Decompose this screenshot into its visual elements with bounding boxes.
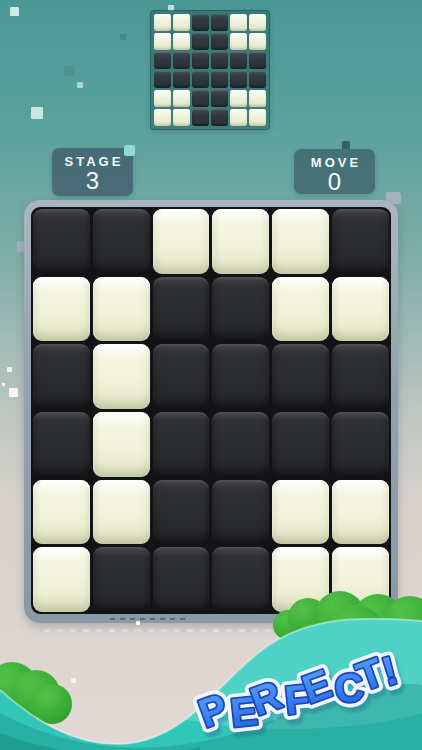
- board-tile-dark[interactable]: [332, 344, 389, 409]
- pattern-cell-dark: [192, 109, 209, 126]
- pattern-cell-light: [173, 14, 190, 31]
- board-tile-dark[interactable]: [212, 277, 269, 342]
- pattern-cell-dark: [173, 52, 190, 69]
- pattern-cell-light: [230, 14, 247, 31]
- particle: [136, 621, 140, 625]
- particle: [7, 367, 12, 372]
- board-tile-dark[interactable]: [332, 209, 389, 274]
- particle: [120, 34, 126, 40]
- board-tile-light[interactable]: [212, 209, 269, 274]
- pattern-cell-dark: [249, 52, 266, 69]
- board-tile-dark[interactable]: [332, 412, 389, 477]
- board-tile-dark[interactable]: [212, 480, 269, 545]
- pattern-cell-light: [154, 14, 171, 31]
- particle: [31, 107, 43, 119]
- board-tile-light[interactable]: [153, 209, 210, 274]
- pattern-cell-light: [249, 90, 266, 107]
- particle: [9, 388, 18, 397]
- board-tile-dark[interactable]: [33, 412, 90, 477]
- pattern-cell-light: [249, 33, 266, 50]
- pattern-cell-dark: [230, 52, 247, 69]
- board-tile-dark[interactable]: [272, 412, 329, 477]
- pattern-cell-dark: [192, 52, 209, 69]
- pattern-cell-dark: [211, 14, 228, 31]
- board-tile-light[interactable]: [332, 480, 389, 545]
- pattern-cell-light: [154, 33, 171, 50]
- stage-value: 3: [52, 169, 133, 193]
- board-tile-light[interactable]: [93, 277, 150, 342]
- board-tile-dark[interactable]: [153, 277, 210, 342]
- particle: [2, 383, 5, 386]
- main-board-frame: [24, 200, 398, 623]
- pattern-cell-dark: [211, 71, 228, 88]
- pattern-cell-dark: [154, 52, 171, 69]
- perfect-banner: PERFECT! PERFECT!: [183, 634, 415, 746]
- pattern-cell-dark: [249, 71, 266, 88]
- particle: [71, 678, 76, 683]
- pattern-cell-dark: [211, 33, 228, 50]
- board-tile-dark[interactable]: [93, 209, 150, 274]
- board-tile-dark[interactable]: [212, 412, 269, 477]
- pattern-cell-light: [173, 109, 190, 126]
- pattern-cell-dark: [211, 109, 228, 126]
- board-tile-dark[interactable]: [272, 344, 329, 409]
- board-tile-light[interactable]: [33, 277, 90, 342]
- main-board-grid: [31, 207, 391, 614]
- pattern-cell-light: [173, 33, 190, 50]
- move-badge: MOVE 0: [294, 149, 375, 194]
- board-tile-light[interactable]: [272, 480, 329, 545]
- board-tile-dark[interactable]: [33, 209, 90, 274]
- board-tile-light[interactable]: [93, 344, 150, 409]
- pattern-cell-dark: [211, 90, 228, 107]
- particle: [64, 66, 74, 76]
- pattern-cell-dark: [192, 71, 209, 88]
- pattern-cell-dark: [192, 33, 209, 50]
- target-pattern-board: [150, 10, 270, 130]
- stage-badge: STAGE 3: [52, 148, 133, 196]
- board-tile-light[interactable]: [33, 480, 90, 545]
- pattern-cell-light: [249, 14, 266, 31]
- pattern-cell-light: [230, 90, 247, 107]
- pattern-cell-light: [154, 109, 171, 126]
- pattern-cell-light: [173, 90, 190, 107]
- pattern-cell-light: [154, 90, 171, 107]
- board-tile-light[interactable]: [332, 277, 389, 342]
- particle: [10, 7, 19, 16]
- board-tile-light[interactable]: [93, 412, 150, 477]
- badge-accent-square: [342, 141, 350, 149]
- pattern-cell-dark: [192, 14, 209, 31]
- board-tile-light[interactable]: [272, 209, 329, 274]
- board-tile-light[interactable]: [272, 277, 329, 342]
- pattern-cell-light: [230, 109, 247, 126]
- board-tile-dark[interactable]: [212, 344, 269, 409]
- game-screen: STAGE 3 MOVE 0: [0, 0, 422, 750]
- pattern-cell-light: [249, 109, 266, 126]
- pattern-cell-light: [230, 33, 247, 50]
- badge-accent-square: [124, 145, 135, 156]
- board-tile-dark[interactable]: [153, 344, 210, 409]
- board-tile-dark[interactable]: [153, 412, 210, 477]
- board-tile-dark[interactable]: [153, 480, 210, 545]
- board-tile-dark[interactable]: [33, 344, 90, 409]
- particle: [77, 82, 83, 88]
- move-value: 0: [294, 170, 375, 194]
- pattern-cell-dark: [192, 90, 209, 107]
- pattern-cell-dark: [154, 71, 171, 88]
- pattern-cell-dark: [211, 52, 228, 69]
- pattern-cell-dark: [230, 71, 247, 88]
- board-tile-light[interactable]: [93, 480, 150, 545]
- banner-text-fill: PERFECT!: [192, 645, 404, 745]
- pattern-cell-dark: [173, 71, 190, 88]
